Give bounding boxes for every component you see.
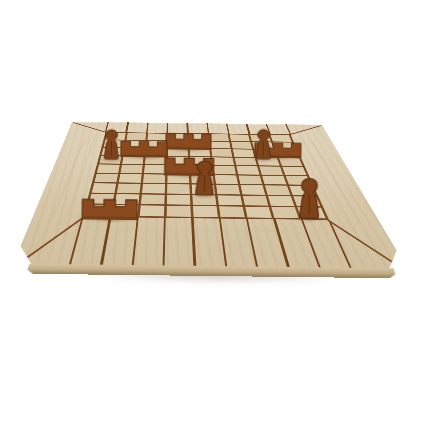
pieces-layer [0, 0, 422, 448]
pawn-center-piece[interactable] [191, 160, 217, 196]
wall-front-left-piece[interactable] [81, 196, 138, 220]
board [0, 0, 422, 448]
pawn-top-right-piece[interactable] [252, 129, 273, 160]
pawn-top-left-piece[interactable] [100, 129, 121, 160]
wall-top-left-piece[interactable] [120, 138, 168, 157]
wall-top-center-piece[interactable] [165, 131, 212, 150]
pawn-right-piece[interactable] [295, 177, 324, 219]
product-photo-stage [0, 0, 422, 448]
